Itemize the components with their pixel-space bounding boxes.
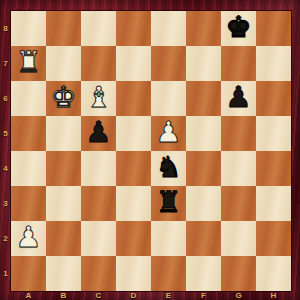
rank-label-3: 3: [0, 186, 11, 221]
square-d1[interactable]: [116, 256, 151, 291]
square-c5[interactable]: ♟: [81, 116, 116, 151]
black-pawn-g6[interactable]: ♟: [226, 83, 252, 112]
square-b1[interactable]: [46, 256, 81, 291]
file-label-f: F: [186, 290, 221, 300]
square-g6[interactable]: ♟: [221, 81, 256, 116]
square-g8[interactable]: ♚: [221, 11, 256, 46]
chess-board: ♚♜♚♝♟♟♟♞♜♟: [11, 11, 291, 291]
square-e7[interactable]: [151, 46, 186, 81]
file-label-d: D: [116, 290, 151, 300]
rank-label-1: 1: [0, 256, 11, 291]
black-knight-e4[interactable]: ♞: [156, 153, 182, 182]
square-b6[interactable]: ♚: [46, 81, 81, 116]
square-d6[interactable]: [116, 81, 151, 116]
square-f3[interactable]: [186, 186, 221, 221]
square-e8[interactable]: [151, 11, 186, 46]
file-label-h: H: [256, 290, 291, 300]
square-h1[interactable]: [256, 256, 291, 291]
white-pawn-a2[interactable]: ♟: [16, 223, 42, 252]
square-h8[interactable]: [256, 11, 291, 46]
square-d4[interactable]: [116, 151, 151, 186]
square-f8[interactable]: [186, 11, 221, 46]
square-d5[interactable]: [116, 116, 151, 151]
square-f4[interactable]: [186, 151, 221, 186]
square-d8[interactable]: [116, 11, 151, 46]
square-e2[interactable]: [151, 221, 186, 256]
rank-label-2: 2: [0, 221, 11, 256]
square-e3[interactable]: ♜: [151, 186, 186, 221]
rank-label-8: 8: [0, 11, 11, 46]
square-b3[interactable]: [46, 186, 81, 221]
square-b8[interactable]: [46, 11, 81, 46]
black-king-g8[interactable]: ♚: [226, 13, 252, 42]
square-h5[interactable]: [256, 116, 291, 151]
file-label-c: C: [81, 290, 116, 300]
square-d2[interactable]: [116, 221, 151, 256]
square-a1[interactable]: [11, 256, 46, 291]
square-c6[interactable]: ♝: [81, 81, 116, 116]
square-d7[interactable]: [116, 46, 151, 81]
square-g3[interactable]: [221, 186, 256, 221]
file-label-a: A: [11, 290, 46, 300]
square-c3[interactable]: [81, 186, 116, 221]
white-rook-a7[interactable]: ♜: [16, 48, 42, 77]
white-pawn-e5[interactable]: ♟: [156, 118, 182, 147]
file-label-g: G: [221, 290, 256, 300]
square-c4[interactable]: [81, 151, 116, 186]
square-b2[interactable]: [46, 221, 81, 256]
square-h3[interactable]: [256, 186, 291, 221]
square-e4[interactable]: ♞: [151, 151, 186, 186]
rank-label-7: 7: [0, 46, 11, 81]
square-c7[interactable]: [81, 46, 116, 81]
rank-label-4: 4: [0, 151, 11, 186]
square-h4[interactable]: [256, 151, 291, 186]
square-a2[interactable]: ♟: [11, 221, 46, 256]
square-h6[interactable]: [256, 81, 291, 116]
file-label-e: E: [151, 290, 186, 300]
square-a7[interactable]: ♜: [11, 46, 46, 81]
square-c2[interactable]: [81, 221, 116, 256]
square-g2[interactable]: [221, 221, 256, 256]
square-f2[interactable]: [186, 221, 221, 256]
white-bishop-c6[interactable]: ♝: [86, 83, 112, 112]
square-g4[interactable]: [221, 151, 256, 186]
square-f6[interactable]: [186, 81, 221, 116]
square-b5[interactable]: [46, 116, 81, 151]
square-g7[interactable]: [221, 46, 256, 81]
square-f5[interactable]: [186, 116, 221, 151]
square-g1[interactable]: [221, 256, 256, 291]
file-label-b: B: [46, 290, 81, 300]
rank-label-6: 6: [0, 81, 11, 116]
square-f7[interactable]: [186, 46, 221, 81]
black-rook-e3[interactable]: ♜: [156, 188, 182, 217]
square-h7[interactable]: [256, 46, 291, 81]
white-king-b6[interactable]: ♚: [51, 83, 77, 112]
square-a8[interactable]: [11, 11, 46, 46]
square-f1[interactable]: [186, 256, 221, 291]
rank-label-5: 5: [0, 116, 11, 151]
square-c1[interactable]: [81, 256, 116, 291]
square-c8[interactable]: [81, 11, 116, 46]
square-a3[interactable]: [11, 186, 46, 221]
square-e1[interactable]: [151, 256, 186, 291]
chess-board-frame: ♚♜♚♝♟♟♟♞♜♟ 87654321 ABCDEFGH: [0, 0, 300, 300]
square-a6[interactable]: [11, 81, 46, 116]
square-e5[interactable]: ♟: [151, 116, 186, 151]
square-b7[interactable]: [46, 46, 81, 81]
square-b4[interactable]: [46, 151, 81, 186]
square-a5[interactable]: [11, 116, 46, 151]
square-a4[interactable]: [11, 151, 46, 186]
square-d3[interactable]: [116, 186, 151, 221]
square-h2[interactable]: [256, 221, 291, 256]
square-e6[interactable]: [151, 81, 186, 116]
black-pawn-c5[interactable]: ♟: [86, 118, 112, 147]
square-g5[interactable]: [221, 116, 256, 151]
